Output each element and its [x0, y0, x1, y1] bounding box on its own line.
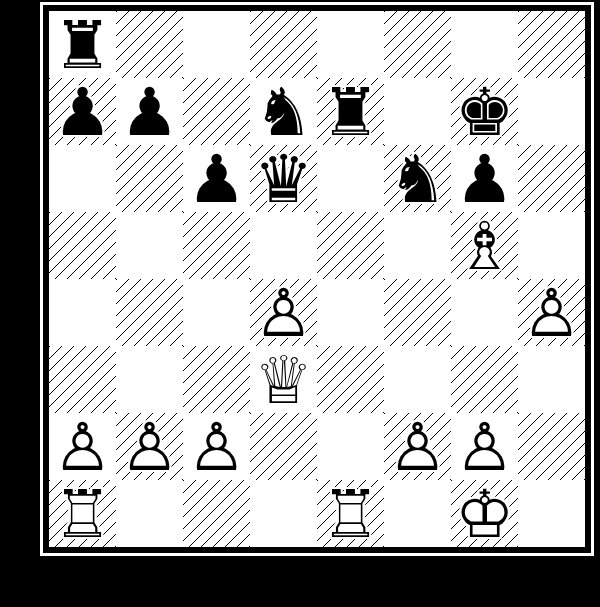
square-h3[interactable] — [518, 346, 585, 413]
board-frame: ♜♟♟♞♜♚♟♛♞♟♝♗♟♙♟♙♛♕♟♙♟♙♟♙♟♙♟♙♜♖♜♖♚♔ — [40, 2, 594, 556]
square-c2[interactable]: ♟♙ — [183, 413, 250, 480]
square-c1[interactable] — [183, 480, 250, 547]
white-bishop-glyph: ♗ — [451, 212, 518, 279]
page-background: { "game": "chess", "position": "r7/pp1nr… — [0, 0, 600, 607]
square-g8[interactable] — [451, 11, 518, 78]
square-e8[interactable] — [317, 11, 384, 78]
square-h8[interactable] — [518, 11, 585, 78]
black-pawn: ♟ — [49, 78, 116, 145]
white-rook: ♜♖ — [49, 480, 116, 547]
square-f7[interactable] — [384, 78, 451, 145]
square-f2[interactable]: ♟♙ — [384, 413, 451, 480]
square-e2[interactable] — [317, 413, 384, 480]
square-h4[interactable]: ♟♙ — [518, 279, 585, 346]
white-rook-glyph: ♖ — [49, 480, 116, 547]
white-bishop: ♝♗ — [451, 212, 518, 279]
black-knight: ♞ — [384, 145, 451, 212]
square-e4[interactable] — [317, 279, 384, 346]
square-a3[interactable] — [49, 346, 116, 413]
square-d2[interactable] — [250, 413, 317, 480]
white-king-glyph: ♔ — [451, 480, 518, 547]
black-rook: ♜ — [49, 11, 116, 78]
square-d5[interactable] — [250, 212, 317, 279]
white-pawn-glyph: ♙ — [384, 413, 451, 480]
square-b3[interactable] — [116, 346, 183, 413]
white-pawn-glyph: ♙ — [451, 413, 518, 480]
square-d3[interactable]: ♛♕ — [250, 346, 317, 413]
chess-board: ♜♟♟♞♜♚♟♛♞♟♝♗♟♙♟♙♛♕♟♙♟♙♟♙♟♙♟♙♜♖♜♖♚♔ — [49, 11, 585, 547]
square-b6[interactable] — [116, 145, 183, 212]
black-rook-glyph: ♜ — [317, 78, 384, 145]
square-f6[interactable]: ♞ — [384, 145, 451, 212]
square-e5[interactable] — [317, 212, 384, 279]
white-rook-glyph: ♖ — [317, 480, 384, 547]
black-rook-glyph: ♜ — [49, 11, 116, 78]
square-a1[interactable]: ♜♖ — [49, 480, 116, 547]
white-pawn-glyph: ♙ — [116, 413, 183, 480]
square-d7[interactable]: ♞ — [250, 78, 317, 145]
white-pawn-glyph: ♙ — [49, 413, 116, 480]
white-pawn: ♟♙ — [183, 413, 250, 480]
black-pawn: ♟ — [451, 145, 518, 212]
white-pawn-glyph: ♙ — [250, 279, 317, 346]
square-h5[interactable] — [518, 212, 585, 279]
square-g6[interactable]: ♟ — [451, 145, 518, 212]
square-e3[interactable] — [317, 346, 384, 413]
white-pawn: ♟♙ — [384, 413, 451, 480]
square-a4[interactable] — [49, 279, 116, 346]
black-knight: ♞ — [250, 78, 317, 145]
square-f1[interactable] — [384, 480, 451, 547]
white-pawn: ♟♙ — [250, 279, 317, 346]
square-a5[interactable] — [49, 212, 116, 279]
square-b1[interactable] — [116, 480, 183, 547]
square-c6[interactable]: ♟ — [183, 145, 250, 212]
square-d8[interactable] — [250, 11, 317, 78]
square-e7[interactable]: ♜ — [317, 78, 384, 145]
black-knight-glyph: ♞ — [384, 145, 451, 212]
square-f8[interactable] — [384, 11, 451, 78]
black-rook: ♜ — [317, 78, 384, 145]
black-pawn-glyph: ♟ — [451, 145, 518, 212]
square-g7[interactable]: ♚ — [451, 78, 518, 145]
square-g3[interactable] — [451, 346, 518, 413]
square-e1[interactable]: ♜♖ — [317, 480, 384, 547]
white-pawn: ♟♙ — [116, 413, 183, 480]
white-queen-glyph: ♕ — [250, 346, 317, 413]
white-pawn: ♟♙ — [451, 413, 518, 480]
white-pawn: ♟♙ — [518, 279, 585, 346]
black-king: ♚ — [451, 78, 518, 145]
white-pawn: ♟♙ — [49, 413, 116, 480]
black-queen: ♛ — [250, 145, 317, 212]
square-g1[interactable]: ♚♔ — [451, 480, 518, 547]
square-c7[interactable] — [183, 78, 250, 145]
square-c4[interactable] — [183, 279, 250, 346]
white-pawn-glyph: ♙ — [183, 413, 250, 480]
black-pawn-glyph: ♟ — [49, 78, 116, 145]
square-c3[interactable] — [183, 346, 250, 413]
square-b5[interactable] — [116, 212, 183, 279]
white-queen: ♛♕ — [250, 346, 317, 413]
square-b8[interactable] — [116, 11, 183, 78]
square-g2[interactable]: ♟♙ — [451, 413, 518, 480]
black-pawn-glyph: ♟ — [116, 78, 183, 145]
black-pawn: ♟ — [116, 78, 183, 145]
black-pawn-glyph: ♟ — [183, 145, 250, 212]
black-queen-glyph: ♛ — [250, 145, 317, 212]
square-h6[interactable] — [518, 145, 585, 212]
square-c8[interactable] — [183, 11, 250, 78]
square-a8[interactable]: ♜ — [49, 11, 116, 78]
white-rook: ♜♖ — [317, 480, 384, 547]
square-a6[interactable] — [49, 145, 116, 212]
square-b7[interactable]: ♟ — [116, 78, 183, 145]
square-h2[interactable] — [518, 413, 585, 480]
square-a2[interactable]: ♟♙ — [49, 413, 116, 480]
square-g5[interactable]: ♝♗ — [451, 212, 518, 279]
square-c5[interactable] — [183, 212, 250, 279]
square-h7[interactable] — [518, 78, 585, 145]
board-border: ♜♟♟♞♜♚♟♛♞♟♝♗♟♙♟♙♛♕♟♙♟♙♟♙♟♙♟♙♜♖♜♖♚♔ — [43, 5, 591, 553]
square-d6[interactable]: ♛ — [250, 145, 317, 212]
square-d1[interactable] — [250, 480, 317, 547]
white-king: ♚♔ — [451, 480, 518, 547]
white-pawn-glyph: ♙ — [518, 279, 585, 346]
square-a7[interactable]: ♟ — [49, 78, 116, 145]
black-king-glyph: ♚ — [451, 78, 518, 145]
square-f3[interactable] — [384, 346, 451, 413]
square-f5[interactable] — [384, 212, 451, 279]
square-d4[interactable]: ♟♙ — [250, 279, 317, 346]
square-e6[interactable] — [317, 145, 384, 212]
square-b4[interactable] — [116, 279, 183, 346]
black-knight-glyph: ♞ — [250, 78, 317, 145]
square-g4[interactable] — [451, 279, 518, 346]
black-pawn: ♟ — [183, 145, 250, 212]
square-h1[interactable] — [518, 480, 585, 547]
square-b2[interactable]: ♟♙ — [116, 413, 183, 480]
square-f4[interactable] — [384, 279, 451, 346]
